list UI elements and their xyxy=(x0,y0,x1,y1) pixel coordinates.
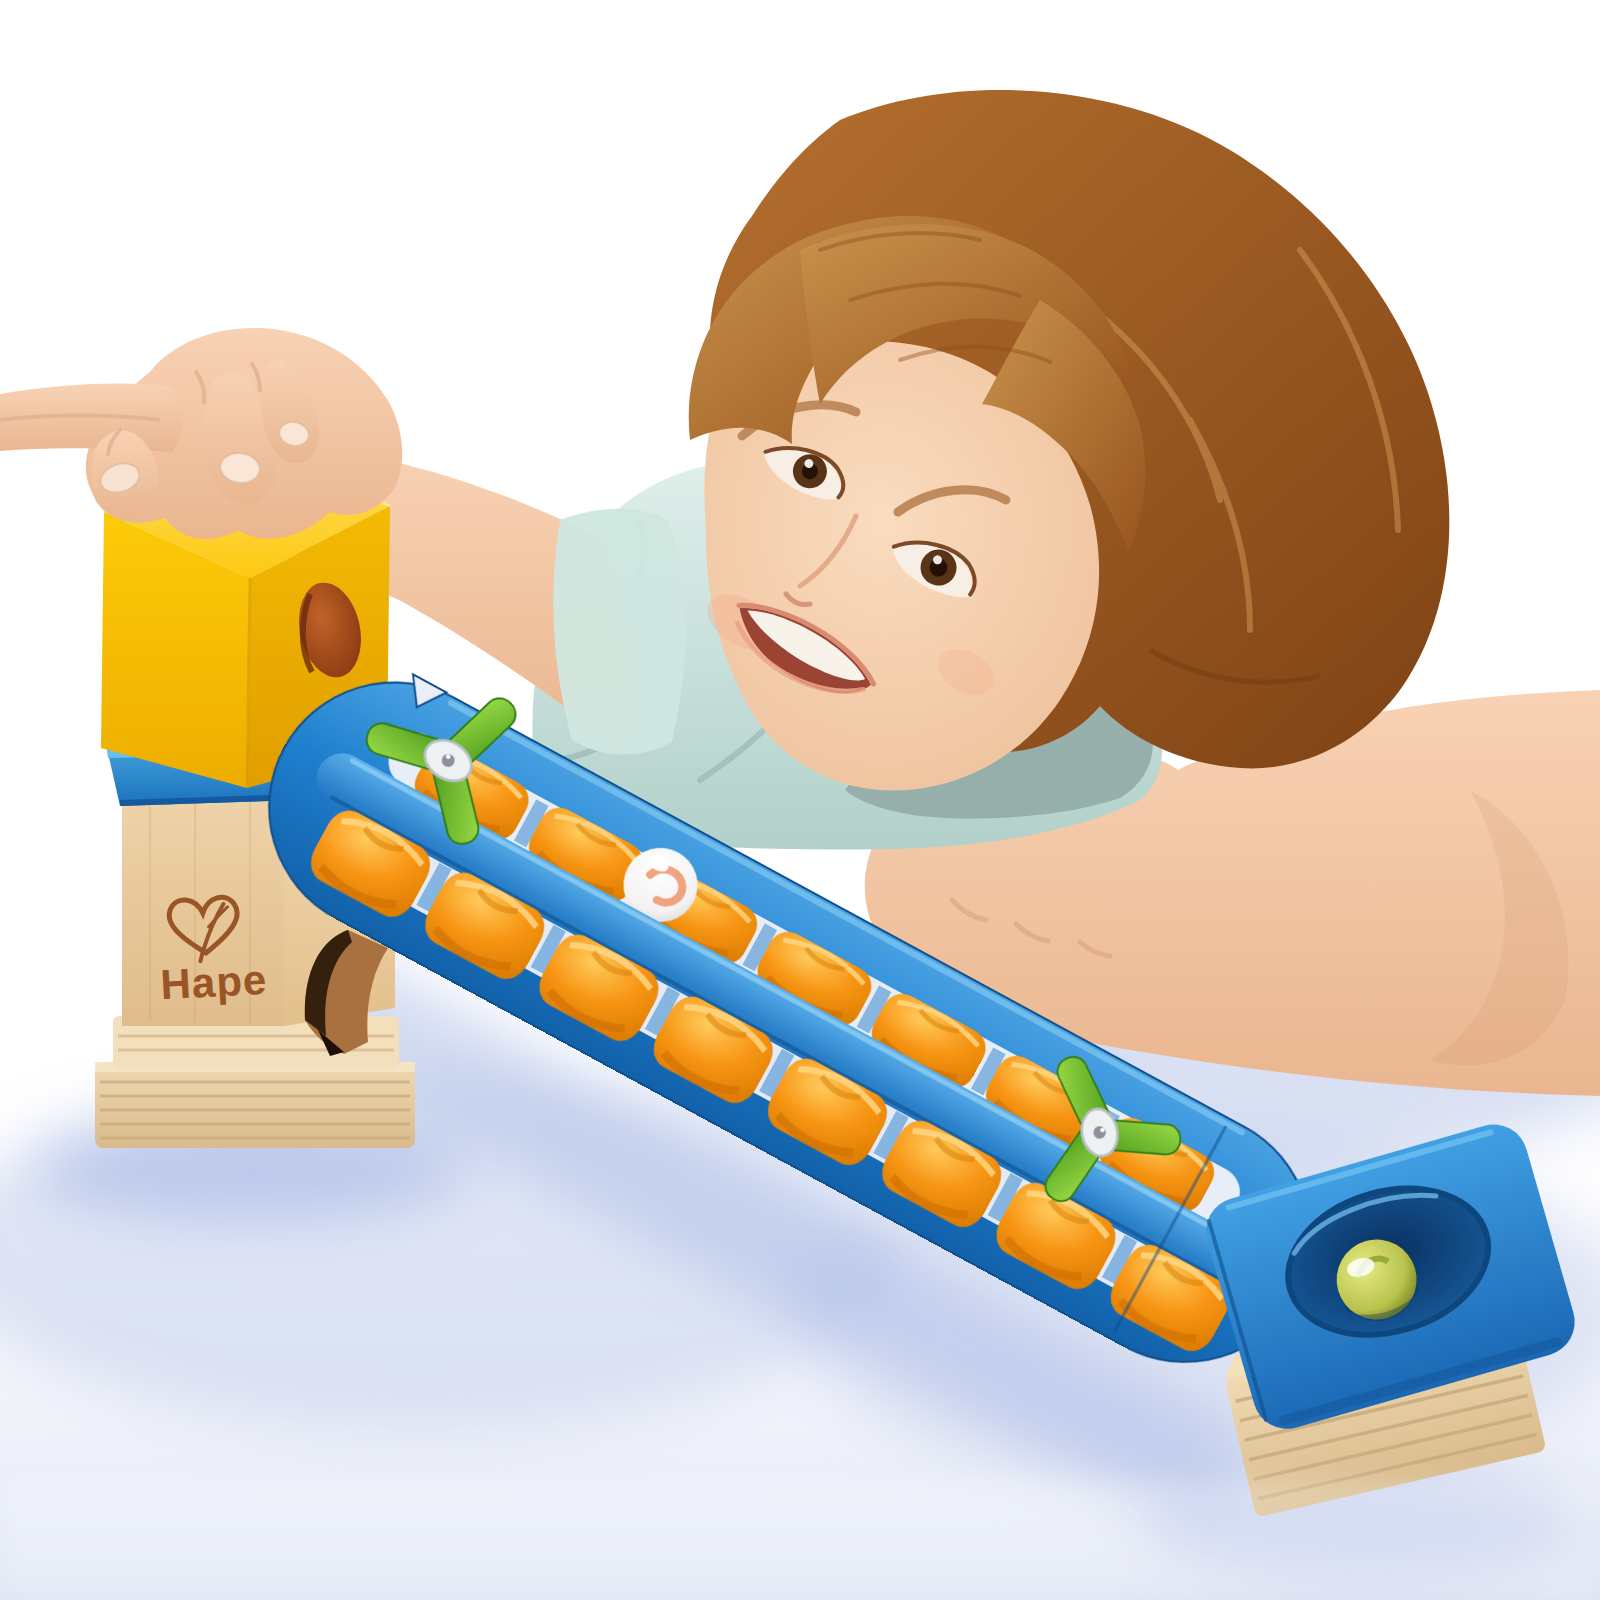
scene-canvas: Hape xyxy=(0,0,1600,1600)
foreground-glow xyxy=(0,1480,1600,1600)
hape-wordmark: Hape xyxy=(159,956,268,1009)
photo-scene: Hape xyxy=(0,0,1600,1600)
sleeve-cuff xyxy=(553,509,686,755)
